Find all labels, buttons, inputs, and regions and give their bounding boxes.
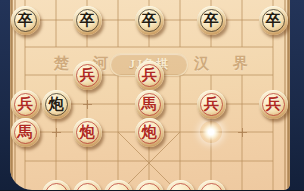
piece-character: 卒 [204, 13, 219, 28]
piece-character: 卒 [266, 13, 281, 28]
piece-character: 兵 [266, 97, 281, 112]
piece-character: 兵 [204, 97, 219, 112]
xiangqi-piece[interactable]: 馬 [11, 118, 40, 147]
piece-character: 馬 [18, 125, 33, 140]
xiangqi-board[interactable]: 楚 河 JJ象棋 汉 界 卒卒卒卒卒兵兵兵炮馬兵兵馬炮炮 [10, 0, 290, 190]
piece-character: 卒 [18, 13, 33, 28]
xiangqi-piece[interactable] [197, 180, 226, 191]
piece-character: 卒 [142, 13, 157, 28]
xiangqi-piece[interactable] [104, 180, 133, 191]
xiangqi-piece[interactable]: 卒 [197, 6, 226, 35]
xiangqi-piece[interactable]: 兵 [135, 61, 164, 90]
xiangqi-piece[interactable]: 兵 [259, 90, 288, 119]
xiangqi-piece[interactable] [135, 180, 164, 191]
piece-character: 炮 [142, 125, 157, 140]
app-screen: 楚 河 JJ象棋 汉 界 卒卒卒卒卒兵兵兵炮馬兵兵馬炮炮 [0, 0, 304, 190]
xiangqi-piece[interactable]: 卒 [11, 6, 40, 35]
piece-character: 兵 [18, 97, 33, 112]
xiangqi-piece[interactable]: 卒 [73, 6, 102, 35]
xiangqi-piece[interactable]: 炮 [73, 118, 102, 147]
pieces-layer: 卒卒卒卒卒兵兵兵炮馬兵兵馬炮炮 [10, 0, 290, 190]
piece-character: 炮 [80, 125, 95, 140]
piece-character: 馬 [142, 97, 157, 112]
xiangqi-piece[interactable]: 兵 [11, 90, 40, 119]
xiangqi-piece[interactable] [73, 180, 102, 191]
piece-character: 兵 [142, 68, 157, 83]
xiangqi-piece[interactable]: 炮 [135, 118, 164, 147]
xiangqi-piece[interactable]: 卒 [135, 6, 164, 35]
piece-character: 卒 [80, 13, 95, 28]
xiangqi-piece[interactable]: 兵 [197, 90, 226, 119]
xiangqi-piece[interactable]: 炮 [42, 90, 71, 119]
xiangqi-piece[interactable] [42, 180, 71, 191]
piece-character: 兵 [80, 68, 95, 83]
xiangqi-piece[interactable] [166, 180, 195, 191]
piece-character: 炮 [49, 97, 64, 112]
xiangqi-piece[interactable]: 馬 [135, 90, 164, 119]
xiangqi-piece[interactable]: 卒 [259, 6, 288, 35]
xiangqi-piece[interactable]: 兵 [73, 61, 102, 90]
